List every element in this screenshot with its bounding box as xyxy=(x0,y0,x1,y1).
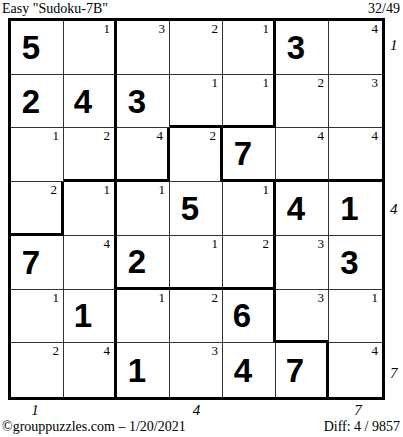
cell-r3c7[interactable]: 4 xyxy=(329,128,382,182)
cell-r6c6[interactable]: 3 xyxy=(276,290,329,344)
cell-r2c1[interactable]: 2 xyxy=(11,75,64,129)
pencil-mark: 1 xyxy=(263,22,270,36)
difficulty-text: Diff: 4 / 9857 xyxy=(324,419,400,435)
big-digit: 7 xyxy=(286,354,304,387)
cell-r4c2[interactable]: 1 xyxy=(64,182,117,236)
cell-r5c7[interactable]: 3 xyxy=(329,236,382,290)
big-digit: 3 xyxy=(340,246,358,279)
progress-counter: 32/49 xyxy=(368,1,400,17)
pencil-mark: 2 xyxy=(51,183,58,197)
pencil-mark: 4 xyxy=(372,344,379,358)
big-digit: 7 xyxy=(22,246,40,279)
cell-r4c3[interactable]: 1 xyxy=(117,182,170,236)
col-label-1: 1 xyxy=(31,403,39,418)
big-digit: 5 xyxy=(181,192,199,225)
pencil-mark: 2 xyxy=(53,344,60,358)
pencil-mark: 3 xyxy=(212,344,219,358)
pencil-mark: 4 xyxy=(157,129,164,143)
cell-r2c4[interactable]: 1 xyxy=(170,75,223,129)
copyright-text: ©grouppuzzles.com – 1/20/2021 xyxy=(2,419,186,435)
col-label-7: 7 xyxy=(354,403,362,418)
big-digit: 3 xyxy=(128,85,146,118)
cell-r3c6[interactable]: 4 xyxy=(276,128,329,182)
pencil-mark: 1 xyxy=(159,291,166,305)
pencil-mark: 4 xyxy=(104,237,111,251)
cell-r4c7[interactable]: 1 xyxy=(329,182,382,236)
big-digit: 1 xyxy=(128,354,146,387)
cell-r7c6[interactable]: 7 xyxy=(276,343,329,397)
pencil-mark: 2 xyxy=(210,129,217,143)
cell-r7c2[interactable]: 4 xyxy=(64,343,117,397)
pencil-mark: 1 xyxy=(53,129,60,143)
cell-r3c4[interactable]: 2 xyxy=(170,128,223,182)
cell-r2c2[interactable]: 4 xyxy=(64,75,117,129)
cell-r7c5[interactable]: 4 xyxy=(223,343,276,397)
cell-r5c4[interactable]: 1 xyxy=(170,236,223,290)
cell-r6c5[interactable]: 6 xyxy=(223,290,276,344)
pencil-mark: 1 xyxy=(263,76,270,90)
cell-r3c2[interactable]: 2 xyxy=(64,128,117,182)
pencil-mark: 1 xyxy=(212,237,219,251)
cell-r7c4[interactable]: 3 xyxy=(170,343,223,397)
pencil-mark: 4 xyxy=(318,129,325,143)
big-digit: 1 xyxy=(340,192,358,225)
pencil-mark: 1 xyxy=(263,183,270,197)
cell-r2c3[interactable]: 3 xyxy=(117,75,170,129)
cell-r3c1[interactable]: 1 xyxy=(11,128,64,182)
cell-r4c6[interactable]: 4 xyxy=(276,182,329,236)
pencil-mark: 3 xyxy=(159,22,166,36)
big-digit: 4 xyxy=(287,192,305,225)
cell-r1c2[interactable]: 1 xyxy=(64,21,117,75)
cell-r6c4[interactable]: 2 xyxy=(170,290,223,344)
cell-r3c3[interactable]: 4 xyxy=(117,128,170,182)
cell-r4c1[interactable]: 2 xyxy=(11,182,64,236)
cell-r4c4[interactable]: 5 xyxy=(170,182,223,236)
sudoku-board: 5132134243112312427442115141742123311126… xyxy=(8,18,385,400)
cell-r2c5[interactable]: 1 xyxy=(223,75,276,129)
pencil-mark: 2 xyxy=(263,237,270,251)
pencil-mark: 3 xyxy=(318,291,325,305)
pencil-mark: 1 xyxy=(104,183,111,197)
col-label-4: 4 xyxy=(193,403,201,418)
cell-r1c5[interactable]: 1 xyxy=(223,21,276,75)
cell-r1c1[interactable]: 5 xyxy=(11,21,64,75)
pencil-mark: 2 xyxy=(212,291,219,305)
cell-r6c7[interactable]: 1 xyxy=(329,290,382,344)
row-label-7: 7 xyxy=(390,365,398,380)
cell-r5c3[interactable]: 2 xyxy=(117,236,170,290)
cell-r7c1[interactable]: 2 xyxy=(11,343,64,397)
cell-r5c5[interactable]: 2 xyxy=(223,236,276,290)
pencil-mark: 4 xyxy=(104,344,111,358)
cell-r6c1[interactable]: 1 xyxy=(11,290,64,344)
big-digit: 1 xyxy=(74,299,92,332)
row-label-1: 1 xyxy=(390,38,398,53)
cell-r1c3[interactable]: 3 xyxy=(117,21,170,75)
big-digit: 4 xyxy=(74,85,92,118)
pencil-mark: 4 xyxy=(372,22,379,36)
pencil-mark: 4 xyxy=(372,129,379,143)
cell-r2c7[interactable]: 3 xyxy=(329,75,382,129)
cell-r5c1[interactable]: 7 xyxy=(11,236,64,290)
cell-r5c6[interactable]: 3 xyxy=(276,236,329,290)
big-digit: 3 xyxy=(287,31,305,64)
cell-r6c3[interactable]: 1 xyxy=(117,290,170,344)
big-digit: 4 xyxy=(234,354,252,387)
big-digit: 5 xyxy=(22,31,40,64)
big-digit: 2 xyxy=(22,85,40,118)
pencil-mark: 3 xyxy=(318,237,325,251)
row-label-4: 4 xyxy=(390,202,398,217)
big-digit: 6 xyxy=(233,299,251,332)
cell-r7c3[interactable]: 1 xyxy=(117,343,170,397)
pencil-mark: 2 xyxy=(104,129,111,143)
pencil-mark: 1 xyxy=(104,22,111,36)
pencil-mark: 2 xyxy=(212,22,219,36)
pencil-mark: 1 xyxy=(159,183,166,197)
pencil-mark: 1 xyxy=(53,291,60,305)
cell-r1c6[interactable]: 3 xyxy=(276,21,329,75)
cell-r6c2[interactable]: 1 xyxy=(64,290,117,344)
pencil-mark: 2 xyxy=(318,76,325,90)
cell-r3c5[interactable]: 7 xyxy=(223,128,276,182)
cell-r1c4[interactable]: 2 xyxy=(170,21,223,75)
puzzle-title: Easy "Sudoku-7B" xyxy=(2,1,108,17)
cell-r2c6[interactable]: 2 xyxy=(276,75,329,129)
cell-r5c2[interactable]: 4 xyxy=(64,236,117,290)
cell-r1c7[interactable]: 4 xyxy=(329,21,382,75)
pencil-mark: 1 xyxy=(212,76,219,90)
pencil-mark: 3 xyxy=(372,76,379,90)
puzzle-page: Easy "Sudoku-7B" 32/49 51321342431123124… xyxy=(0,0,403,437)
big-digit: 2 xyxy=(128,245,146,278)
pencil-mark: 1 xyxy=(372,291,379,305)
cell-r7c7[interactable]: 4 xyxy=(329,343,382,397)
cell-r4c5[interactable]: 1 xyxy=(223,182,276,236)
big-digit: 7 xyxy=(234,137,252,170)
